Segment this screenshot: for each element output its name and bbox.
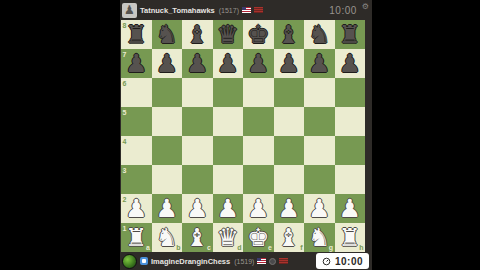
square-a6[interactable]: 6 — [121, 78, 152, 107]
piece-white-n-g1[interactable]: ♞ — [304, 223, 335, 252]
square-c4[interactable] — [182, 136, 213, 165]
piece-white-r-a1[interactable]: ♜ — [121, 223, 152, 252]
square-f5[interactable] — [274, 107, 305, 136]
piece-white-p-b2[interactable]: ♟ — [152, 194, 183, 223]
bottom-player-clock: 10:00 — [316, 253, 369, 269]
us-flag-icon — [242, 7, 251, 13]
piece-black-p-c7[interactable]: ♟ — [182, 49, 213, 78]
piece-white-p-a2[interactable]: ♟ — [121, 194, 152, 223]
piece-white-b-c1[interactable]: ♝ — [182, 223, 213, 252]
piece-black-p-h7[interactable]: ♟ — [335, 49, 366, 78]
bottom-player-name[interactable]: ImagineDranginChess — [151, 257, 230, 266]
bottom-player-avatar[interactable] — [122, 254, 137, 269]
chess-board[interactable]: 8♜♞♝♛♚♝♞♜7♟♟♟♟♟♟♟♟65432♟♟♟♟♟♟♟♟1a♜b♞c♝d♛… — [121, 20, 365, 252]
square-c6[interactable] — [182, 78, 213, 107]
bottom-player-bar: ImagineDranginChess (1519) 10:00 — [120, 252, 372, 270]
square-e3[interactable] — [243, 165, 274, 194]
square-h5[interactable] — [335, 107, 366, 136]
piece-black-b-c8[interactable]: ♝ — [182, 20, 213, 49]
top-player-clock: 10:00 — [329, 5, 357, 16]
piece-black-p-f7[interactable]: ♟ — [274, 49, 305, 78]
piece-black-n-g8[interactable]: ♞ — [304, 20, 335, 49]
bottom-clock-time: 10:00 — [335, 256, 363, 267]
piece-black-p-d7[interactable]: ♟ — [213, 49, 244, 78]
square-d6[interactable] — [213, 78, 244, 107]
square-g6[interactable] — [304, 78, 335, 107]
bottom-player-rating: (1519) — [234, 258, 254, 265]
square-f3[interactable] — [274, 165, 305, 194]
top-player-bar: ♟ Tatnuck_Tomahawks (1517) 10:00 ⚙ — [120, 0, 372, 20]
square-h3[interactable] — [335, 165, 366, 194]
piece-white-n-b1[interactable]: ♞ — [152, 223, 183, 252]
square-h7[interactable]: ♟ — [335, 49, 366, 78]
square-d4[interactable] — [213, 136, 244, 165]
square-a4[interactable]: 4 — [121, 136, 152, 165]
square-f4[interactable] — [274, 136, 305, 165]
square-f8[interactable]: ♝ — [274, 20, 305, 49]
square-a2[interactable]: 2♟ — [121, 194, 152, 223]
piece-black-r-a8[interactable]: ♜ — [121, 20, 152, 49]
square-c8[interactable]: ♝ — [182, 20, 213, 49]
square-b4[interactable] — [152, 136, 183, 165]
piece-black-k-e8[interactable]: ♚ — [243, 20, 274, 49]
square-e2[interactable]: ♟ — [243, 194, 274, 223]
piece-black-r-h8[interactable]: ♜ — [335, 20, 366, 49]
square-e7[interactable]: ♟ — [243, 49, 274, 78]
square-h4[interactable] — [335, 136, 366, 165]
square-b2[interactable]: ♟ — [152, 194, 183, 223]
piece-white-p-f2[interactable]: ♟ — [274, 194, 305, 223]
square-f1[interactable]: f♝ — [274, 223, 305, 252]
square-d1[interactable]: d♛ — [213, 223, 244, 252]
chess-app: ♟ Tatnuck_Tomahawks (1517) 10:00 ⚙ 8♜♞♝♛… — [120, 0, 372, 270]
square-c5[interactable] — [182, 107, 213, 136]
top-player-rating: (1517) — [219, 7, 239, 14]
piece-black-n-b8[interactable]: ♞ — [152, 20, 183, 49]
square-h1[interactable]: h♜ — [335, 223, 366, 252]
square-c2[interactable]: ♟ — [182, 194, 213, 223]
square-f2[interactable]: ♟ — [274, 194, 305, 223]
square-a8[interactable]: 8♜ — [121, 20, 152, 49]
square-g1[interactable]: g♞ — [304, 223, 335, 252]
square-d7[interactable]: ♟ — [213, 49, 244, 78]
square-e1[interactable]: e♚ — [243, 223, 274, 252]
square-b6[interactable] — [152, 78, 183, 107]
flair-icon — [254, 7, 263, 13]
piece-white-r-h1[interactable]: ♜ — [335, 223, 366, 252]
square-c7[interactable]: ♟ — [182, 49, 213, 78]
square-b5[interactable] — [152, 107, 183, 136]
square-c1[interactable]: c♝ — [182, 223, 213, 252]
square-a5[interactable]: 5 — [121, 107, 152, 136]
piece-black-p-g7[interactable]: ♟ — [304, 49, 335, 78]
top-player-avatar[interactable]: ♟ — [122, 3, 137, 18]
square-f7[interactable]: ♟ — [274, 49, 305, 78]
piece-white-p-c2[interactable]: ♟ — [182, 194, 213, 223]
square-d8[interactable]: ♛ — [213, 20, 244, 49]
square-h2[interactable]: ♟ — [335, 194, 366, 223]
rank-label-3: 3 — [123, 167, 127, 174]
square-g3[interactable] — [304, 165, 335, 194]
square-b8[interactable]: ♞ — [152, 20, 183, 49]
square-g8[interactable]: ♞ — [304, 20, 335, 49]
stopwatch-icon — [322, 257, 331, 266]
square-a3[interactable]: 3 — [121, 165, 152, 194]
top-player-name[interactable]: Tatnuck_Tomahawks — [140, 6, 215, 15]
gear-icon[interactable]: ⚙ — [362, 3, 369, 11]
square-e4[interactable] — [243, 136, 274, 165]
square-e6[interactable] — [243, 78, 274, 107]
square-g5[interactable] — [304, 107, 335, 136]
square-h6[interactable] — [335, 78, 366, 107]
piece-white-k-e1[interactable]: ♚ — [243, 223, 274, 252]
letterboxed-stage: ♟ Tatnuck_Tomahawks (1517) 10:00 ⚙ 8♜♞♝♛… — [0, 0, 480, 270]
square-b3[interactable] — [152, 165, 183, 194]
square-g4[interactable] — [304, 136, 335, 165]
square-g2[interactable]: ♟ — [304, 194, 335, 223]
piece-white-q-d1[interactable]: ♛ — [213, 223, 244, 252]
piece-white-b-f1[interactable]: ♝ — [274, 223, 305, 252]
globe-icon — [269, 258, 276, 265]
square-e8[interactable]: ♚ — [243, 20, 274, 49]
us-flag-icon — [257, 258, 266, 264]
piece-black-q-d8[interactable]: ♛ — [213, 20, 244, 49]
square-d3[interactable] — [213, 165, 244, 194]
square-a7[interactable]: 7♟ — [121, 49, 152, 78]
rank-label-4: 4 — [123, 138, 127, 145]
rank-label-5: 5 — [123, 109, 127, 116]
piece-white-p-h2[interactable]: ♟ — [335, 194, 366, 223]
square-h8[interactable]: ♜ — [335, 20, 366, 49]
piece-black-p-b7[interactable]: ♟ — [152, 49, 183, 78]
square-b1[interactable]: b♞ — [152, 223, 183, 252]
square-d5[interactable] — [213, 107, 244, 136]
rank-label-6: 6 — [123, 80, 127, 87]
square-a1[interactable]: 1a♜ — [121, 223, 152, 252]
blue-badge-icon — [140, 257, 148, 265]
piece-white-p-d2[interactable]: ♟ — [213, 194, 244, 223]
square-e5[interactable] — [243, 107, 274, 136]
square-f6[interactable] — [274, 78, 305, 107]
piece-black-p-e7[interactable]: ♟ — [243, 49, 274, 78]
piece-white-p-g2[interactable]: ♟ — [304, 194, 335, 223]
square-g7[interactable]: ♟ — [304, 49, 335, 78]
piece-white-p-e2[interactable]: ♟ — [243, 194, 274, 223]
square-b7[interactable]: ♟ — [152, 49, 183, 78]
square-c3[interactable] — [182, 165, 213, 194]
flair-icon — [279, 258, 288, 264]
piece-black-b-f8[interactable]: ♝ — [274, 20, 305, 49]
piece-black-p-a7[interactable]: ♟ — [121, 49, 152, 78]
square-d2[interactable]: ♟ — [213, 194, 244, 223]
